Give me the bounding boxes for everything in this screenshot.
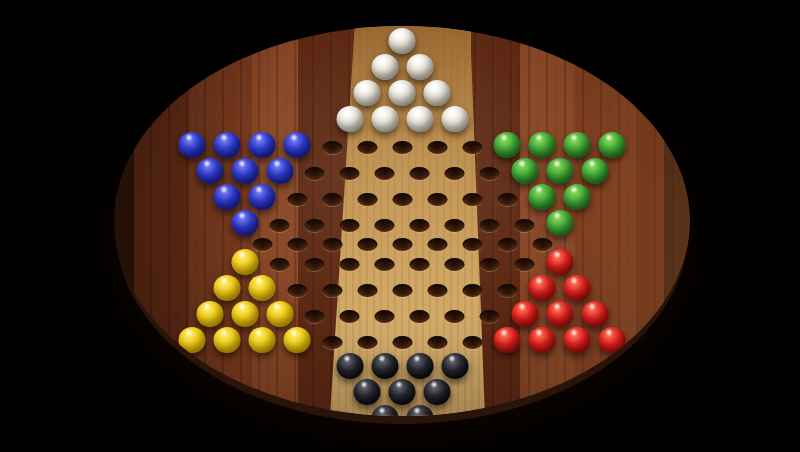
board-cell	[227, 160, 262, 186]
empty-hole[interactable]	[445, 258, 465, 271]
board-cell	[542, 160, 577, 186]
marble-blue[interactable]	[214, 184, 241, 210]
empty-hole[interactable]	[497, 284, 517, 297]
board-cell	[560, 277, 595, 303]
board-cell	[455, 186, 490, 212]
board-cell	[507, 303, 542, 329]
board-cell	[245, 134, 280, 160]
board-cell	[420, 381, 455, 407]
board-cell	[577, 303, 612, 329]
board-cell	[472, 251, 507, 277]
board-cell	[297, 251, 332, 277]
board-cell	[420, 329, 455, 355]
marble-green[interactable]	[581, 158, 608, 184]
marble-white[interactable]	[406, 54, 433, 80]
empty-hole[interactable]	[252, 238, 272, 251]
marble-yellow[interactable]	[231, 249, 258, 275]
marble-green[interactable]	[529, 132, 556, 158]
board-cell	[402, 212, 437, 238]
board-cell	[332, 251, 367, 277]
board-cell	[385, 186, 420, 212]
marble-white[interactable]	[389, 80, 416, 106]
marble-red[interactable]	[581, 301, 608, 327]
marble-blue[interactable]	[266, 158, 293, 184]
board-cell	[315, 277, 350, 303]
marble-red[interactable]	[546, 301, 573, 327]
marble-yellow[interactable]	[214, 327, 241, 353]
marble-yellow[interactable]	[231, 301, 258, 327]
board-cell	[175, 329, 210, 355]
board-cell	[402, 56, 437, 82]
board-cell	[262, 303, 297, 329]
board-cell	[420, 82, 455, 108]
board-cell	[437, 355, 472, 381]
marble-green[interactable]	[564, 132, 591, 158]
marble-red[interactable]	[599, 327, 626, 353]
board-cell	[455, 329, 490, 355]
board-cell	[525, 134, 560, 160]
board-cell	[227, 303, 262, 329]
empty-hole[interactable]	[392, 284, 412, 297]
board-cell	[577, 160, 612, 186]
board-cell	[420, 277, 455, 303]
board-cell	[472, 160, 507, 186]
empty-hole[interactable]	[322, 141, 342, 154]
board-cell	[402, 355, 437, 381]
empty-hole[interactable]	[305, 167, 325, 180]
board-cell	[402, 160, 437, 186]
empty-hole[interactable]	[427, 238, 447, 251]
empty-hole[interactable]	[532, 238, 552, 251]
board-cell	[385, 238, 420, 251]
empty-hole[interactable]	[445, 219, 465, 232]
board-cell	[175, 134, 210, 160]
board-cell	[245, 186, 280, 212]
empty-hole[interactable]	[322, 238, 342, 251]
board-cell	[350, 381, 385, 407]
board-cell	[350, 186, 385, 212]
board-cell	[210, 134, 245, 160]
empty-hole[interactable]	[287, 238, 307, 251]
marble-green[interactable]	[546, 158, 573, 184]
empty-hole[interactable]	[497, 193, 517, 206]
empty-hole[interactable]	[392, 193, 412, 206]
board-cell	[385, 381, 420, 407]
board-cell	[560, 329, 595, 355]
board-cell	[490, 186, 525, 212]
board-cell	[472, 212, 507, 238]
marble-black[interactable]	[371, 405, 398, 416]
board-cell	[402, 407, 437, 416]
marble-green[interactable]	[564, 184, 591, 210]
marble-yellow[interactable]	[266, 301, 293, 327]
board-cell	[437, 108, 472, 134]
board-cell	[507, 212, 542, 238]
board-cell	[262, 160, 297, 186]
marble-black[interactable]	[441, 353, 468, 379]
empty-hole[interactable]	[410, 167, 430, 180]
marble-white[interactable]	[371, 54, 398, 80]
board-cell	[315, 186, 350, 212]
board-cell	[385, 329, 420, 355]
marble-red[interactable]	[529, 275, 556, 301]
marble-green[interactable]	[494, 132, 521, 158]
marble-yellow[interactable]	[249, 327, 276, 353]
board-cell	[385, 82, 420, 108]
empty-hole[interactable]	[515, 219, 535, 232]
board-cell	[280, 277, 315, 303]
empty-hole[interactable]	[480, 167, 500, 180]
empty-hole[interactable]	[497, 238, 517, 251]
empty-hole[interactable]	[392, 141, 412, 154]
board-cell	[227, 212, 262, 238]
board-cell	[542, 251, 577, 277]
marble-white[interactable]	[336, 106, 363, 132]
empty-hole[interactable]	[322, 284, 342, 297]
board-cell	[227, 251, 262, 277]
marble-blue[interactable]	[196, 158, 223, 184]
board-cell	[280, 134, 315, 160]
empty-hole[interactable]	[427, 141, 447, 154]
board-cell	[280, 186, 315, 212]
board-cell	[595, 134, 630, 160]
empty-hole[interactable]	[287, 284, 307, 297]
empty-hole[interactable]	[270, 258, 290, 271]
marble-red[interactable]	[564, 327, 591, 353]
marble-yellow[interactable]	[179, 327, 206, 353]
board-cell	[437, 251, 472, 277]
board-cell	[402, 303, 437, 329]
marble-black[interactable]	[406, 353, 433, 379]
board-cell	[525, 186, 560, 212]
board-cell	[315, 134, 350, 160]
marble-white[interactable]	[354, 80, 381, 106]
board-cell	[402, 108, 437, 134]
marble-yellow[interactable]	[214, 275, 241, 301]
board-cell	[507, 251, 542, 277]
empty-hole[interactable]	[375, 258, 395, 271]
marble-black[interactable]	[389, 379, 416, 405]
board-cell	[262, 251, 297, 277]
board-cell	[385, 134, 420, 160]
marble-green[interactable]	[599, 132, 626, 158]
board-cell	[367, 108, 402, 134]
empty-hole[interactable]	[287, 193, 307, 206]
board-cell	[315, 238, 350, 251]
board-cell	[332, 355, 367, 381]
marble-white[interactable]	[406, 106, 433, 132]
marble-yellow[interactable]	[249, 275, 276, 301]
empty-hole[interactable]	[445, 167, 465, 180]
board-cell	[542, 212, 577, 238]
board-cell	[245, 277, 280, 303]
marble-white[interactable]	[389, 28, 416, 54]
empty-hole[interactable]	[480, 258, 500, 271]
marble-green[interactable]	[529, 184, 556, 210]
marble-black[interactable]	[354, 379, 381, 405]
empty-hole[interactable]	[375, 219, 395, 232]
board-cell	[350, 277, 385, 303]
empty-hole[interactable]	[270, 219, 290, 232]
empty-hole[interactable]	[480, 310, 500, 323]
empty-hole[interactable]	[375, 310, 395, 323]
empty-hole[interactable]	[392, 336, 412, 349]
marble-blue[interactable]	[231, 210, 258, 236]
board-cell	[367, 212, 402, 238]
marble-yellow[interactable]	[284, 327, 311, 353]
board-cell	[402, 251, 437, 277]
board-cell	[367, 160, 402, 186]
board-cell	[490, 329, 525, 355]
empty-hole[interactable]	[480, 219, 500, 232]
board-cell	[192, 303, 227, 329]
empty-hole[interactable]	[322, 336, 342, 349]
marble-blue[interactable]	[231, 158, 258, 184]
board-cell	[350, 329, 385, 355]
marble-green[interactable]	[511, 158, 538, 184]
marble-blue[interactable]	[249, 184, 276, 210]
board-cell	[210, 329, 245, 355]
empty-hole[interactable]	[357, 336, 377, 349]
marble-yellow[interactable]	[196, 301, 223, 327]
board-cell	[385, 30, 420, 56]
empty-hole[interactable]	[340, 258, 360, 271]
empty-hole[interactable]	[427, 284, 447, 297]
board-cell	[332, 212, 367, 238]
board-cell	[297, 212, 332, 238]
board-cell	[280, 238, 315, 251]
chinese-checkers-board	[114, 26, 690, 416]
board-cell	[455, 277, 490, 303]
marble-blue[interactable]	[284, 132, 311, 158]
empty-hole[interactable]	[322, 193, 342, 206]
marble-white[interactable]	[441, 106, 468, 132]
board-cell	[455, 134, 490, 160]
empty-hole[interactable]	[462, 193, 482, 206]
empty-hole[interactable]	[462, 141, 482, 154]
empty-hole[interactable]	[305, 258, 325, 271]
empty-hole[interactable]	[305, 219, 325, 232]
marble-black[interactable]	[336, 353, 363, 379]
empty-hole[interactable]	[462, 238, 482, 251]
board-cell	[332, 303, 367, 329]
board-cell	[332, 108, 367, 134]
empty-hole[interactable]	[410, 219, 430, 232]
empty-hole[interactable]	[427, 336, 447, 349]
board-cell	[385, 277, 420, 303]
board-cell	[350, 82, 385, 108]
marble-red[interactable]	[494, 327, 521, 353]
board-cell	[490, 238, 525, 251]
empty-hole[interactable]	[357, 193, 377, 206]
empty-hole[interactable]	[375, 167, 395, 180]
board-cell	[315, 329, 350, 355]
board-cell	[420, 238, 455, 251]
marble-white[interactable]	[371, 106, 398, 132]
board-cell	[437, 212, 472, 238]
board-cell	[472, 303, 507, 329]
board-cell	[245, 329, 280, 355]
empty-hole[interactable]	[445, 310, 465, 323]
board-cell	[455, 238, 490, 251]
board-cell	[437, 160, 472, 186]
photo-background	[0, 0, 800, 452]
board-cell	[507, 160, 542, 186]
board-cell	[560, 186, 595, 212]
marble-white[interactable]	[424, 80, 451, 106]
empty-hole[interactable]	[410, 258, 430, 271]
board-cell	[367, 251, 402, 277]
board-cell	[595, 329, 630, 355]
empty-hole[interactable]	[515, 258, 535, 271]
marble-red[interactable]	[511, 301, 538, 327]
empty-hole[interactable]	[357, 284, 377, 297]
board-cell	[297, 303, 332, 329]
board-cell	[420, 134, 455, 160]
board-cell	[367, 407, 402, 416]
marble-green[interactable]	[546, 210, 573, 236]
board-cell	[525, 277, 560, 303]
empty-hole[interactable]	[462, 284, 482, 297]
marble-red[interactable]	[546, 249, 573, 275]
board-cell	[350, 134, 385, 160]
board-cell	[560, 134, 595, 160]
board-cell	[490, 277, 525, 303]
marble-black[interactable]	[424, 379, 451, 405]
board-cell	[367, 56, 402, 82]
marble-blue[interactable]	[214, 132, 241, 158]
board-cell	[192, 160, 227, 186]
empty-hole[interactable]	[462, 336, 482, 349]
board-cell	[210, 277, 245, 303]
board-cell	[367, 303, 402, 329]
board-grid	[175, 30, 630, 376]
empty-hole[interactable]	[340, 219, 360, 232]
board-cell	[420, 186, 455, 212]
marble-blue[interactable]	[249, 132, 276, 158]
empty-hole[interactable]	[340, 310, 360, 323]
board-cell	[437, 303, 472, 329]
board-cell	[297, 160, 332, 186]
empty-hole[interactable]	[340, 167, 360, 180]
board-cell	[280, 329, 315, 355]
empty-hole[interactable]	[410, 310, 430, 323]
marble-blue[interactable]	[179, 132, 206, 158]
empty-hole[interactable]	[427, 193, 447, 206]
empty-hole[interactable]	[357, 238, 377, 251]
board-cell	[367, 355, 402, 381]
marble-black[interactable]	[406, 405, 433, 416]
empty-hole[interactable]	[392, 238, 412, 251]
marble-black[interactable]	[371, 353, 398, 379]
board-cell	[210, 186, 245, 212]
board-cell	[262, 212, 297, 238]
board-cell	[332, 160, 367, 186]
empty-hole[interactable]	[357, 141, 377, 154]
board-cell	[350, 238, 385, 251]
board-cell	[542, 303, 577, 329]
marble-red[interactable]	[564, 275, 591, 301]
marble-red[interactable]	[529, 327, 556, 353]
empty-hole[interactable]	[305, 310, 325, 323]
board-cell	[525, 329, 560, 355]
board-cell	[490, 134, 525, 160]
